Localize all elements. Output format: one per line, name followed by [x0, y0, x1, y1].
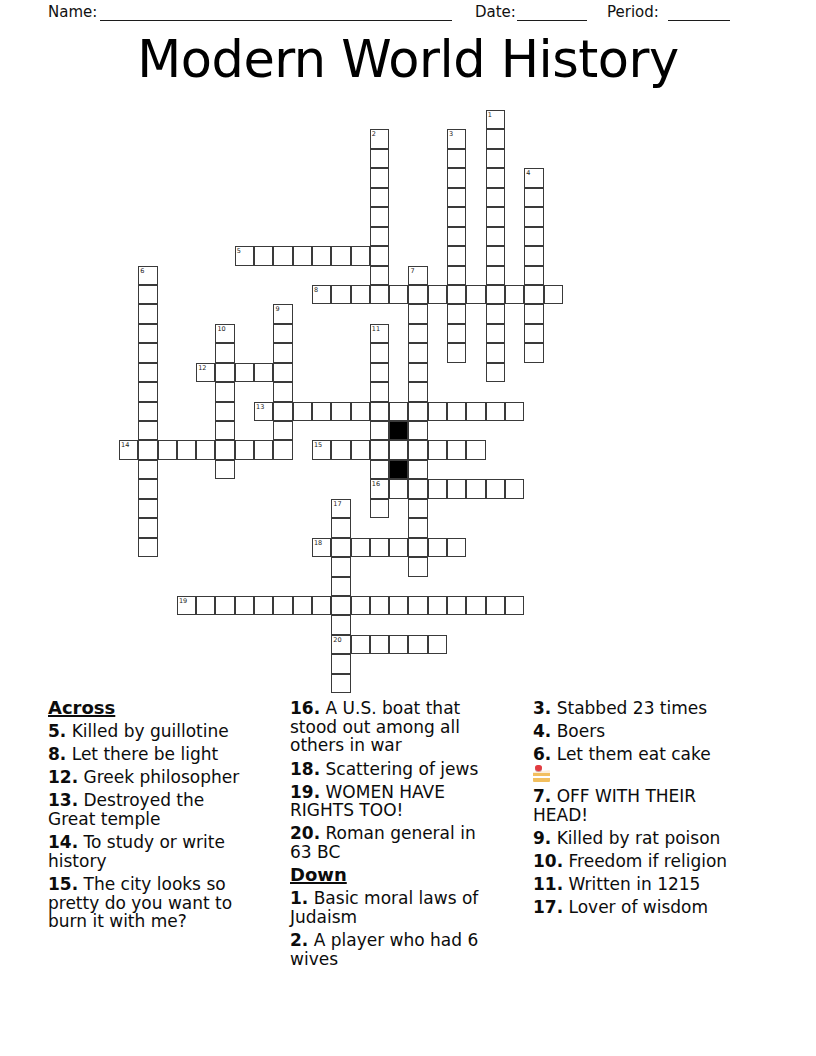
grid-cell[interactable] [331, 518, 350, 537]
grid-cell[interactable] [447, 402, 466, 421]
clue-across-5: 5. Killed by guillotine [48, 722, 283, 741]
grid-cell[interactable] [389, 479, 408, 498]
grid-cell[interactable] [486, 304, 505, 323]
grid-cell[interactable]: 7 [408, 266, 427, 285]
grid-cell[interactable] [351, 635, 370, 654]
cell-number: 14 [121, 441, 129, 449]
clue-number: 11. [533, 874, 563, 894]
cell-number: 8 [314, 286, 318, 294]
grid-cell[interactable] [370, 402, 389, 421]
clue-number: 17. [533, 897, 563, 917]
grid-cell[interactable] [428, 635, 447, 654]
crossword-grid: 1234567891011121314151617181920 [119, 110, 563, 693]
grid-cell[interactable] [351, 246, 370, 265]
period-input-line[interactable] [668, 3, 730, 21]
grid-cell[interactable] [486, 188, 505, 207]
clue-number: 6. [533, 744, 551, 764]
grid-cell[interactable] [370, 246, 389, 265]
grid-cell[interactable] [273, 440, 292, 459]
grid-cell[interactable] [235, 440, 254, 459]
grid-cell[interactable] [351, 538, 370, 557]
grid-cell[interactable] [408, 538, 427, 557]
grid-cell[interactable] [293, 402, 312, 421]
clue-down-7: 7. OFF WITH THEIRHEAD! [533, 787, 778, 824]
grid-cell[interactable] [486, 168, 505, 187]
cell-number: 19 [179, 597, 187, 605]
grid-cell[interactable] [351, 285, 370, 304]
grid-cell[interactable] [273, 402, 292, 421]
clue-across-18: 18. Scattering of jews [290, 760, 518, 779]
grid-cell[interactable]: 5 [235, 246, 254, 265]
clue-across-8: 8. Let there be light [48, 745, 283, 764]
grid-cell[interactable] [273, 363, 292, 382]
grid-cell[interactable] [466, 596, 485, 615]
cell-number: 13 [256, 403, 264, 411]
grid-cell[interactable] [466, 285, 485, 304]
clue-number: 2. [290, 930, 308, 950]
grid-cell[interactable] [524, 246, 543, 265]
grid-cell[interactable] [486, 363, 505, 382]
cell-number: 12 [198, 364, 206, 372]
clue-across-15: 15. The city looks sopretty do you want … [48, 875, 283, 931]
grid-cell[interactable] [370, 363, 389, 382]
clue-number: 3. [533, 698, 551, 718]
grid-cell[interactable] [370, 460, 389, 479]
grid-cell[interactable] [138, 518, 157, 537]
clue-across-14: 14. To study or writehistory [48, 833, 283, 870]
grid-cell[interactable] [505, 402, 524, 421]
grid-cell[interactable] [389, 402, 408, 421]
grid-cell[interactable] [138, 440, 157, 459]
grid-cell[interactable] [331, 285, 350, 304]
grid-cell[interactable]: 18 [312, 538, 331, 557]
cell-number: 9 [275, 305, 279, 313]
grid-cell[interactable]: 14 [119, 440, 138, 459]
cell-number: 18 [314, 539, 322, 547]
grid-cell[interactable]: 19 [177, 596, 196, 615]
grid-cell[interactable] [486, 285, 505, 304]
grid-cell[interactable] [505, 596, 524, 615]
grid-cell[interactable] [215, 382, 234, 401]
grid-cell[interactable] [408, 382, 427, 401]
grid-cell[interactable] [408, 596, 427, 615]
grid-cell[interactable] [370, 635, 389, 654]
grid-cell[interactable] [215, 402, 234, 421]
grid-cell[interactable] [447, 227, 466, 246]
grid-cell[interactable] [351, 596, 370, 615]
grid-cell[interactable] [293, 596, 312, 615]
date-input-line[interactable] [517, 3, 587, 21]
cell-number: 3 [449, 130, 453, 138]
grid-cell[interactable] [370, 266, 389, 285]
grid-cell[interactable] [293, 246, 312, 265]
grid-cell[interactable] [389, 440, 408, 459]
grid-cell[interactable] [389, 596, 408, 615]
grid-cell[interactable] [370, 421, 389, 440]
clue-number: 1. [290, 888, 308, 908]
page-title: Modern World History [0, 30, 816, 90]
grid-cell[interactable] [312, 596, 331, 615]
grid-cell[interactable] [486, 324, 505, 343]
clue-down-1: 1. Basic moral laws ofJudaism [290, 889, 518, 926]
name-input-line[interactable] [100, 3, 452, 21]
grid-cell[interactable] [524, 207, 543, 226]
cell-number: 15 [314, 441, 322, 449]
clues-column-1: Across5. Killed by guillotine8. Let ther… [48, 699, 283, 935]
grid-cell[interactable] [331, 402, 350, 421]
grid-cell[interactable] [235, 596, 254, 615]
clue-across-12: 12. Greek philosopher [48, 768, 283, 787]
grid-cell[interactable] [138, 324, 157, 343]
grid-cell[interactable] [486, 479, 505, 498]
cell-number: 10 [217, 325, 225, 333]
grid-cell[interactable] [370, 382, 389, 401]
grid-cell[interactable] [544, 285, 563, 304]
grid-cell[interactable] [486, 596, 505, 615]
grid-cell[interactable]: 4 [524, 168, 543, 187]
grid-cell[interactable] [505, 479, 524, 498]
grid-cell[interactable] [215, 421, 234, 440]
clue-across-13: 13. Destroyed theGreat temple [48, 791, 283, 828]
grid-cell[interactable] [331, 577, 350, 596]
grid-cell[interactable] [524, 188, 543, 207]
grid-cell[interactable] [370, 207, 389, 226]
clue-number: 12. [48, 767, 78, 787]
grid-cell[interactable] [138, 499, 157, 518]
clue-across-19: 19. WOMEN HAVERIGHTS TOO! [290, 783, 518, 820]
grid-cell[interactable] [486, 207, 505, 226]
clue-down-3: 3. Stabbed 23 times [533, 699, 778, 718]
grid-cell[interactable] [273, 596, 292, 615]
grid-cell[interactable] [331, 615, 350, 634]
date-label: Date: [475, 3, 516, 21]
period-label: Period: [607, 3, 659, 21]
grid-cell[interactable] [428, 479, 447, 498]
cell-number: 20 [333, 636, 341, 644]
grid-cell[interactable] [389, 285, 408, 304]
grid-cell[interactable] [196, 440, 215, 459]
grid-cell[interactable] [370, 168, 389, 187]
grid-cell[interactable] [524, 227, 543, 246]
grid-cell[interactable] [408, 557, 427, 576]
grid-cell[interactable]: 2 [370, 129, 389, 148]
clues-column-2: 16. A U.S. boat thatstood out among allo… [290, 699, 518, 973]
grid-cell[interactable] [312, 246, 331, 265]
grid-cell[interactable] [408, 518, 427, 537]
grid-cell[interactable] [408, 460, 427, 479]
clues-column-3: 3. Stabbed 23 times4. Boers6. Let them e… [533, 699, 778, 921]
clue-number: 10. [533, 851, 563, 871]
grid-cell[interactable] [370, 596, 389, 615]
grid-cell[interactable] [138, 538, 157, 557]
grid-cell[interactable] [447, 538, 466, 557]
clue-across-20: 20. Roman general in63 BC [290, 824, 518, 861]
grid-cell[interactable] [331, 557, 350, 576]
grid-cell[interactable] [138, 421, 157, 440]
grid-cell[interactable] [524, 285, 543, 304]
grid-cell[interactable] [370, 499, 389, 518]
grid-cell[interactable] [138, 479, 157, 498]
grid-cell[interactable] [235, 363, 254, 382]
grid-cell[interactable]: 1 [486, 110, 505, 129]
cell-number: 7 [410, 267, 414, 275]
grid-cell[interactable] [138, 304, 157, 323]
clue-down-6: 6. Let them eat cake [533, 745, 778, 782]
cake-icon [533, 766, 551, 782]
grid-cell[interactable] [505, 285, 524, 304]
grid-cell[interactable] [138, 460, 157, 479]
grid-cell[interactable] [215, 596, 234, 615]
grid-cell[interactable] [428, 440, 447, 459]
grid-cell[interactable] [447, 304, 466, 323]
grid-cell[interactable] [389, 538, 408, 557]
grid-cell[interactable] [447, 168, 466, 187]
grid-cell[interactable] [370, 343, 389, 362]
grid-cell[interactable] [312, 402, 331, 421]
clue-number: 18. [290, 759, 320, 779]
grid-cell[interactable]: 10 [215, 324, 234, 343]
grid-cell[interactable] [331, 596, 350, 615]
grid-cell[interactable] [408, 499, 427, 518]
grid-cell[interactable] [273, 324, 292, 343]
grid-cell[interactable] [447, 479, 466, 498]
clue-across-16: 16. A U.S. boat thatstood out among allo… [290, 699, 518, 755]
grid-cell[interactable] [408, 304, 427, 323]
cell-number: 17 [333, 500, 341, 508]
grid-cell[interactable] [273, 421, 292, 440]
clue-down-10: 10. Freedom if religion [533, 852, 778, 871]
grid-cell[interactable] [428, 538, 447, 557]
grid-cell[interactable] [524, 304, 543, 323]
grid-cell[interactable] [447, 266, 466, 285]
grid-cell[interactable] [158, 440, 177, 459]
grid-cell[interactable] [447, 343, 466, 362]
grid-cell[interactable] [447, 246, 466, 265]
grid-cell[interactable] [254, 246, 273, 265]
grid-cell[interactable] [486, 227, 505, 246]
cell-number: 6 [140, 267, 144, 275]
grid-cell[interactable] [486, 343, 505, 362]
grid-cell[interactable]: 9 [273, 304, 292, 323]
grid-cell[interactable] [408, 479, 427, 498]
grid-cell[interactable] [138, 402, 157, 421]
grid-cell[interactable] [138, 285, 157, 304]
clue-number: 15. [48, 874, 78, 894]
grid-cell[interactable] [428, 285, 447, 304]
grid-cell[interactable] [408, 363, 427, 382]
clue-number: 7. [533, 786, 551, 806]
grid-cell[interactable] [177, 440, 196, 459]
grid-cell[interactable] [408, 402, 427, 421]
grid-cell[interactable] [331, 440, 350, 459]
grid-cell[interactable] [138, 382, 157, 401]
grid-cell[interactable] [447, 188, 466, 207]
grid-cell[interactable] [273, 382, 292, 401]
cell-number: 1 [488, 111, 492, 119]
clue-down-4: 4. Boers [533, 722, 778, 741]
name-label: Name: [48, 3, 97, 21]
grid-cell[interactable] [486, 149, 505, 168]
grid-cell[interactable] [447, 596, 466, 615]
black-cell [389, 421, 408, 440]
clue-number: 9. [533, 828, 551, 848]
clue-number: 4. [533, 721, 551, 741]
cell-number: 5 [237, 247, 241, 255]
grid-cell[interactable] [447, 324, 466, 343]
clue-number: 20. [290, 823, 320, 843]
grid-cell[interactable] [254, 596, 273, 615]
grid-cell[interactable] [331, 654, 350, 673]
cell-number: 11 [372, 325, 380, 333]
grid-cell[interactable] [408, 285, 427, 304]
grid-cell[interactable] [138, 363, 157, 382]
cell-number: 16 [372, 480, 380, 488]
grid-cell[interactable] [351, 440, 370, 459]
grid-cell[interactable] [447, 149, 466, 168]
clue-down-9: 9. Killed by rat poison [533, 829, 778, 848]
grid-cell[interactable] [524, 324, 543, 343]
grid-cell[interactable] [215, 440, 234, 459]
grid-cell[interactable] [331, 674, 350, 693]
worksheet-page: Name: Date: Period: Modern World History… [0, 0, 816, 1056]
grid-cell[interactable] [370, 440, 389, 459]
grid-cell[interactable] [138, 343, 157, 362]
grid-cell[interactable] [466, 402, 485, 421]
clue-number: 19. [290, 782, 320, 802]
grid-cell[interactable] [370, 538, 389, 557]
grid-cell[interactable] [408, 635, 427, 654]
clue-number: 5. [48, 721, 66, 741]
grid-cell[interactable] [370, 227, 389, 246]
grid-cell[interactable] [254, 440, 273, 459]
grid-cell[interactable]: 3 [447, 129, 466, 148]
grid-cell[interactable] [408, 421, 427, 440]
clue-down-11: 11. Written in 1215 [533, 875, 778, 894]
grid-cell[interactable] [196, 596, 215, 615]
grid-cell[interactable] [524, 343, 543, 362]
grid-cell[interactable] [486, 402, 505, 421]
grid-cell[interactable]: 13 [254, 402, 273, 421]
grid-cell[interactable] [273, 246, 292, 265]
cell-number: 4 [526, 169, 530, 177]
grid-cell[interactable]: 17 [331, 499, 350, 518]
grid-cell[interactable] [486, 129, 505, 148]
grid-cell[interactable] [447, 207, 466, 226]
grid-cell[interactable] [524, 266, 543, 285]
grid-cell[interactable] [486, 266, 505, 285]
clue-number: 13. [48, 790, 78, 810]
clue-number: 16. [290, 698, 320, 718]
grid-cell[interactable] [331, 246, 350, 265]
grid-cell[interactable] [447, 440, 466, 459]
grid-cell[interactable]: 6 [138, 266, 157, 285]
grid-cell[interactable]: 12 [196, 363, 215, 382]
cell-number: 2 [372, 130, 376, 138]
grid-cell[interactable] [370, 285, 389, 304]
grid-cell[interactable] [428, 402, 447, 421]
grid-cell[interactable] [408, 440, 427, 459]
grid-cell[interactable]: 20 [331, 635, 350, 654]
clue-down-17: 17. Lover of wisdom [533, 898, 778, 917]
grid-cell[interactable] [273, 343, 292, 362]
grid-cell[interactable] [254, 363, 273, 382]
clue-number: 14. [48, 832, 78, 852]
grid-cell[interactable] [428, 596, 447, 615]
grid-cell[interactable] [389, 635, 408, 654]
grid-cell[interactable] [370, 149, 389, 168]
down-header: Down [290, 866, 518, 885]
grid-cell[interactable] [486, 246, 505, 265]
grid-cell[interactable] [466, 440, 485, 459]
grid-cell[interactable] [331, 538, 350, 557]
clue-down-2: 2. A player who had 6wives [290, 931, 518, 968]
grid-cell[interactable]: 8 [312, 285, 331, 304]
grid-cell[interactable]: 15 [312, 440, 331, 459]
grid-cell[interactable] [215, 343, 234, 362]
grid-cell[interactable] [466, 479, 485, 498]
grid-cell[interactable] [408, 324, 427, 343]
grid-cell[interactable] [408, 343, 427, 362]
grid-cell[interactable] [351, 402, 370, 421]
grid-cell[interactable]: 16 [370, 479, 389, 498]
grid-cell[interactable]: 11 [370, 324, 389, 343]
grid-cell[interactable] [447, 285, 466, 304]
grid-cell[interactable] [370, 188, 389, 207]
grid-cell[interactable] [215, 363, 234, 382]
across-header: Across [48, 699, 283, 718]
clue-number: 8. [48, 744, 66, 764]
grid-cell[interactable] [215, 460, 234, 479]
black-cell [389, 460, 408, 479]
